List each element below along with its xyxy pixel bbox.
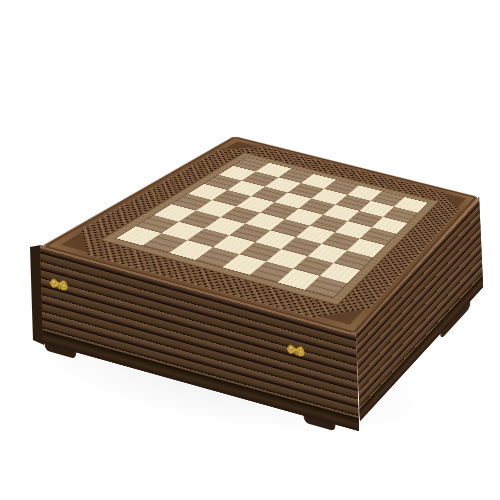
case-foot — [440, 293, 471, 340]
brass-clasp — [284, 338, 308, 364]
chess-case-photo — [0, 0, 500, 500]
brass-clasp — [47, 272, 71, 298]
